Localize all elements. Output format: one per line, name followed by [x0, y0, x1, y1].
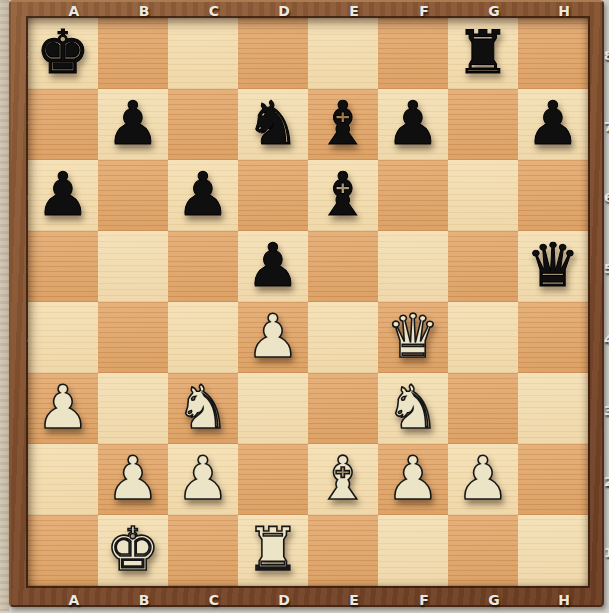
square-e6[interactable]: ♝ — [308, 160, 378, 231]
piece-white-queen[interactable]: ♛ — [378, 300, 448, 371]
piece-white-rook[interactable]: ♜ — [238, 513, 308, 584]
rank-label-right-2: 2 — [598, 446, 609, 517]
square-d4[interactable]: ♟ — [238, 302, 308, 373]
file-label-bottom-h: H — [529, 589, 599, 611]
piece-white-knight[interactable]: ♞ — [378, 371, 448, 442]
rank-label-right-8: 8 — [598, 20, 609, 91]
square-a5[interactable] — [28, 231, 98, 302]
file-label-bottom-d: D — [249, 589, 319, 611]
rank-labels-right: 87654321 — [598, 20, 609, 588]
square-e5[interactable] — [308, 231, 378, 302]
square-b8[interactable] — [98, 18, 168, 89]
square-b7[interactable]: ♟ — [98, 89, 168, 160]
square-a8[interactable]: ♚ — [28, 18, 98, 89]
square-c3[interactable]: ♞ — [168, 373, 238, 444]
piece-white-king[interactable]: ♚ — [98, 513, 168, 584]
square-h8[interactable] — [518, 18, 588, 89]
square-c1[interactable] — [168, 515, 238, 586]
square-f2[interactable]: ♟ — [378, 444, 448, 515]
square-g1[interactable] — [448, 515, 518, 586]
chess-app: ABCDEFGH ABCDEFGH 87654321 87654321 ♚♜♟♞… — [0, 0, 609, 613]
square-d8[interactable] — [238, 18, 308, 89]
file-label-bottom-b: B — [109, 589, 179, 611]
square-b4[interactable] — [98, 302, 168, 373]
square-d3[interactable] — [238, 373, 308, 444]
rank-label-right-7: 7 — [598, 91, 609, 162]
piece-white-pawn[interactable]: ♟ — [448, 442, 518, 513]
square-c4[interactable] — [168, 302, 238, 373]
piece-black-bishop[interactable]: ♝ — [308, 158, 378, 229]
square-h6[interactable] — [518, 160, 588, 231]
file-label-bottom-f: F — [389, 589, 459, 611]
square-b1[interactable]: ♚ — [98, 515, 168, 586]
piece-black-pawn[interactable]: ♟ — [28, 158, 98, 229]
square-b6[interactable] — [98, 160, 168, 231]
rank-label-right-5: 5 — [598, 233, 609, 304]
piece-black-knight[interactable]: ♞ — [238, 87, 308, 158]
square-g5[interactable] — [448, 231, 518, 302]
rank-label-right-6: 6 — [598, 162, 609, 233]
square-g6[interactable] — [448, 160, 518, 231]
square-b3[interactable] — [98, 373, 168, 444]
piece-white-pawn[interactable]: ♟ — [168, 442, 238, 513]
piece-white-knight[interactable]: ♞ — [168, 371, 238, 442]
piece-black-pawn[interactable]: ♟ — [518, 87, 588, 158]
square-d1[interactable]: ♜ — [238, 515, 308, 586]
square-c7[interactable] — [168, 89, 238, 160]
file-label-bottom-a: A — [39, 589, 109, 611]
square-a1[interactable] — [28, 515, 98, 586]
square-e3[interactable] — [308, 373, 378, 444]
square-c5[interactable] — [168, 231, 238, 302]
square-f4[interactable]: ♛ — [378, 302, 448, 373]
square-c8[interactable] — [168, 18, 238, 89]
square-a2[interactable] — [28, 444, 98, 515]
piece-black-pawn[interactable]: ♟ — [378, 87, 448, 158]
piece-black-bishop[interactable]: ♝ — [308, 87, 378, 158]
square-b5[interactable] — [98, 231, 168, 302]
square-f8[interactable] — [378, 18, 448, 89]
square-d6[interactable] — [238, 160, 308, 231]
square-c6[interactable]: ♟ — [168, 160, 238, 231]
square-e8[interactable] — [308, 18, 378, 89]
piece-black-queen[interactable]: ♛ — [518, 229, 588, 300]
piece-black-rook[interactable]: ♜ — [448, 16, 518, 87]
rank-label-right-3: 3 — [598, 375, 609, 446]
square-d5[interactable]: ♟ — [238, 231, 308, 302]
square-g3[interactable] — [448, 373, 518, 444]
piece-white-pawn[interactable]: ♟ — [98, 442, 168, 513]
piece-white-pawn[interactable]: ♟ — [238, 300, 308, 371]
square-g7[interactable] — [448, 89, 518, 160]
square-h7[interactable]: ♟ — [518, 89, 588, 160]
piece-white-pawn[interactable]: ♟ — [378, 442, 448, 513]
square-h5[interactable]: ♛ — [518, 231, 588, 302]
square-e4[interactable] — [308, 302, 378, 373]
file-label-bottom-e: E — [319, 589, 389, 611]
file-label-bottom-c: C — [179, 589, 249, 611]
piece-white-bishop[interactable]: ♝ — [308, 442, 378, 513]
square-g8[interactable]: ♜ — [448, 18, 518, 89]
square-d2[interactable] — [238, 444, 308, 515]
piece-white-pawn[interactable]: ♟ — [28, 371, 98, 442]
square-f6[interactable] — [378, 160, 448, 231]
square-b2[interactable]: ♟ — [98, 444, 168, 515]
rank-label-right-1: 1 — [598, 517, 609, 588]
frame-side-face — [0, 0, 9, 611]
chess-board: ♚♜♟♞♝♟♟♟♟♝♟♛♟♛♟♞♞♟♟♝♟♟♚♜ — [28, 18, 588, 586]
square-g2[interactable]: ♟ — [448, 444, 518, 515]
square-g4[interactable] — [448, 302, 518, 373]
piece-black-pawn[interactable]: ♟ — [238, 229, 308, 300]
square-e1[interactable] — [308, 515, 378, 586]
rank-label-right-4: 4 — [598, 304, 609, 375]
square-a3[interactable]: ♟ — [28, 373, 98, 444]
square-a6[interactable]: ♟ — [28, 160, 98, 231]
square-f5[interactable] — [378, 231, 448, 302]
square-f7[interactable]: ♟ — [378, 89, 448, 160]
square-e7[interactable]: ♝ — [308, 89, 378, 160]
file-label-bottom-g: G — [459, 589, 529, 611]
piece-black-king[interactable]: ♚ — [28, 16, 98, 87]
square-h2[interactable] — [518, 444, 588, 515]
file-labels-bottom: ABCDEFGH — [39, 589, 599, 611]
square-a7[interactable] — [28, 89, 98, 160]
square-h3[interactable] — [518, 373, 588, 444]
square-h4[interactable] — [518, 302, 588, 373]
piece-black-pawn[interactable]: ♟ — [168, 158, 238, 229]
square-a4[interactable] — [28, 302, 98, 373]
square-d7[interactable]: ♞ — [238, 89, 308, 160]
square-c2[interactable]: ♟ — [168, 444, 238, 515]
square-f3[interactable]: ♞ — [378, 373, 448, 444]
square-h1[interactable] — [518, 515, 588, 586]
piece-black-pawn[interactable]: ♟ — [98, 87, 168, 158]
square-e2[interactable]: ♝ — [308, 444, 378, 515]
square-f1[interactable] — [378, 515, 448, 586]
